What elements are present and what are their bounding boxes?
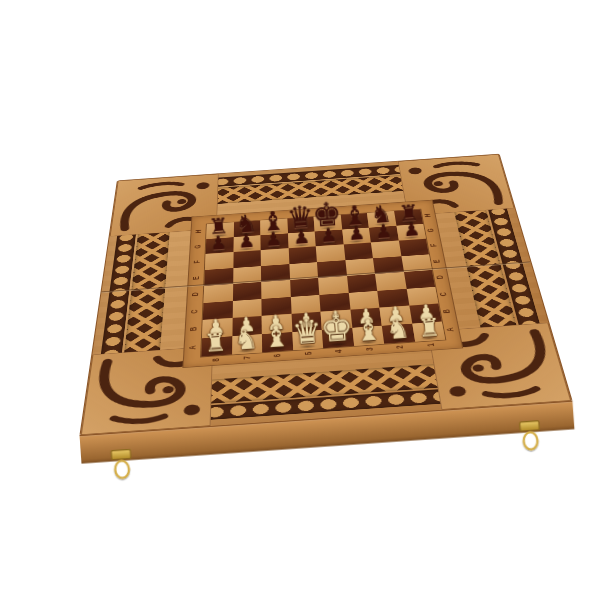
square-G8[interactable]: ♟ [206, 237, 234, 254]
square-C4[interactable] [319, 293, 350, 312]
square-B1[interactable]: ♟ [409, 304, 442, 324]
square-D2[interactable] [375, 272, 406, 291]
square-C5[interactable] [290, 295, 320, 314]
square-C8[interactable] [203, 301, 233, 320]
latch-plate [519, 421, 540, 433]
square-F7[interactable] [233, 250, 261, 268]
square-B8[interactable]: ♟ [202, 318, 232, 338]
square-D1[interactable] [403, 270, 435, 289]
square-A8[interactable]: ♜ [201, 336, 232, 357]
square-C3[interactable] [348, 291, 379, 310]
square-C2[interactable] [377, 289, 409, 308]
photo-scene: HGFEDCBA HGFEDCBA 87654321 ♜♞♝♛♚♝♞♜♟♟♟♟♟… [0, 0, 600, 600]
square-E5[interactable] [289, 262, 318, 280]
square-C7[interactable] [232, 299, 261, 318]
square-E2[interactable] [373, 256, 404, 274]
square-E8[interactable] [204, 268, 233, 286]
light-pawn-piece: ♟ [386, 303, 405, 324]
square-B3[interactable]: ♟ [350, 308, 382, 328]
square-F2[interactable] [371, 241, 401, 258]
light-pawn-piece: ♟ [207, 316, 226, 337]
light-pawn-piece: ♟ [237, 314, 256, 335]
chess-box: HGFEDCBA HGFEDCBA 87654321 ♜♞♝♛♚♝♞♜♟♟♟♟♟… [79, 154, 572, 436]
square-B7[interactable]: ♟ [232, 316, 262, 336]
brass-latch-left [110, 449, 133, 480]
square-A2[interactable]: ♞ [382, 323, 415, 343]
dark-queen-piece: ♛ [286, 201, 314, 232]
square-B2[interactable]: ♟ [379, 306, 411, 326]
board-grid: ♜♞♝♛♚♝♞♜♟♟♟♟♟♟♟♟♟♟♟♟♟♟♟♟♜♞♝♛♚♝♞♜ [200, 209, 446, 358]
square-A6[interactable]: ♝ [262, 332, 293, 353]
square-A7[interactable]: ♞ [232, 334, 263, 355]
square-D8[interactable] [204, 284, 233, 303]
square-A5[interactable]: ♛ [292, 330, 323, 351]
square-D3[interactable] [347, 274, 378, 293]
square-C6[interactable] [261, 297, 291, 316]
square-E4[interactable] [317, 260, 347, 278]
square-H3[interactable]: ♝ [340, 213, 369, 229]
square-D7[interactable] [232, 282, 261, 301]
square-D5[interactable] [290, 278, 320, 297]
square-E7[interactable] [233, 266, 261, 284]
square-H2[interactable]: ♞ [367, 211, 396, 227]
square-D4[interactable] [318, 276, 348, 295]
brass-latch-right [519, 421, 542, 452]
play-area: HGFEDCBA HGFEDCBA 87654321 ♜♞♝♛♚♝♞♜♟♟♟♟♟… [182, 200, 463, 368]
light-pawn-piece: ♟ [267, 312, 286, 333]
light-pawn-piece: ♟ [356, 305, 375, 326]
latch-ring [522, 431, 539, 452]
square-A4[interactable]: ♚ [322, 328, 354, 349]
square-F4[interactable] [316, 244, 345, 261]
square-D6[interactable] [261, 280, 290, 299]
light-pawn-piece: ♟ [326, 307, 345, 328]
square-B6[interactable]: ♟ [262, 314, 292, 334]
square-B4[interactable]: ♟ [321, 310, 352, 330]
square-H4[interactable]: ♚ [314, 215, 342, 231]
light-pawn-piece: ♟ [296, 309, 315, 330]
light-pawn-piece: ♟ [416, 301, 435, 322]
square-B5[interactable]: ♟ [291, 312, 322, 332]
square-A1[interactable]: ♜ [412, 321, 445, 341]
square-A3[interactable]: ♝ [352, 325, 384, 346]
latch-ring [113, 460, 130, 481]
square-C1[interactable] [406, 287, 438, 306]
